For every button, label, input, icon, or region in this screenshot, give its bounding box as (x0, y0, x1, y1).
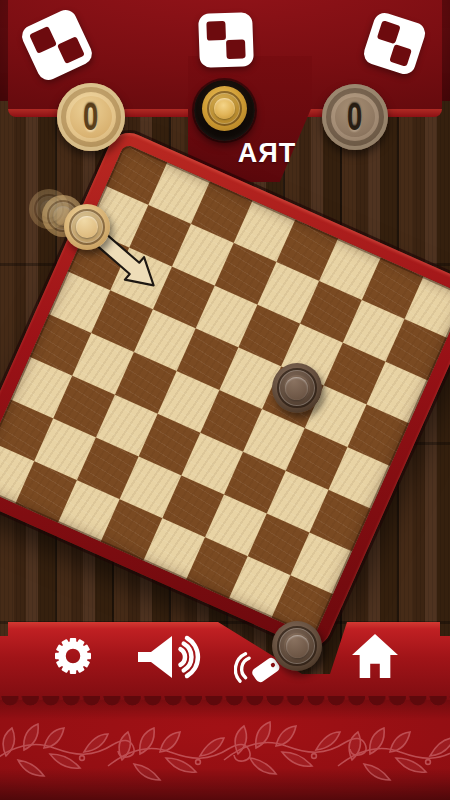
bottom-curtain (0, 700, 450, 800)
checker-piece-dark[interactable] (272, 363, 322, 413)
light-score-coin: 0 (57, 83, 125, 151)
scallop-border (0, 696, 450, 712)
speaker-icon[interactable] (134, 632, 208, 682)
token-cell (206, 21, 226, 41)
turn-indicator (194, 80, 255, 141)
turn-indicator-piece (202, 86, 247, 131)
dark-score-value: 0 (347, 98, 362, 136)
floral-ornament (0, 716, 450, 792)
game-screen: TRA 0 0 (0, 0, 450, 800)
token-cell (207, 40, 227, 60)
light-score-value: 0 (83, 98, 98, 136)
token-cell (226, 39, 246, 59)
home-icon[interactable] (352, 632, 398, 680)
checker-piece-dark[interactable] (272, 621, 322, 671)
token-cell (225, 20, 245, 40)
mode-banner-text: TRA (226, 138, 306, 169)
gear-icon[interactable] (50, 633, 96, 679)
checkerboard-token-icon (198, 12, 254, 68)
dark-score-coin: 0 (322, 84, 388, 150)
hint-piece-light[interactable] (64, 204, 110, 250)
